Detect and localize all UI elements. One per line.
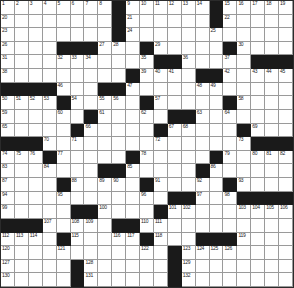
grid-cell[interactable]: 37: [223, 55, 237, 69]
grid-cell[interactable]: [237, 55, 251, 69]
grid-cell[interactable]: [237, 219, 251, 233]
grid-cell[interactable]: [210, 110, 224, 124]
grid-cell[interactable]: [98, 260, 112, 274]
grid-cell[interactable]: 112: [1, 233, 15, 247]
grid-cell[interactable]: [15, 15, 29, 29]
grid-cell[interactable]: 41: [168, 69, 182, 83]
grid-cell[interactable]: [265, 110, 279, 124]
grid-cell[interactable]: [251, 15, 265, 29]
grid-cell[interactable]: 132: [182, 273, 196, 287]
grid-cell[interactable]: [196, 273, 210, 287]
grid-cell[interactable]: [43, 28, 57, 42]
grid-cell[interactable]: 82: [279, 151, 293, 165]
grid-cell[interactable]: 29: [154, 42, 168, 56]
grid-cell[interactable]: [29, 110, 43, 124]
grid-cell[interactable]: [71, 246, 85, 260]
grid-cell[interactable]: [237, 110, 251, 124]
grid-cell[interactable]: 13: [182, 1, 196, 15]
grid-cell[interactable]: 70: [43, 137, 57, 151]
grid-cell[interactable]: [112, 192, 126, 206]
grid-cell[interactable]: [182, 28, 196, 42]
grid-cell[interactable]: [84, 15, 98, 29]
grid-cell[interactable]: 127: [1, 260, 15, 274]
grid-cell[interactable]: [196, 124, 210, 138]
grid-cell[interactable]: 25: [210, 28, 224, 42]
grid-cell[interactable]: 18: [265, 1, 279, 15]
grid-cell[interactable]: [126, 55, 140, 69]
grid-cell[interactable]: [210, 124, 224, 138]
grid-cell[interactable]: [29, 42, 43, 56]
grid-cell[interactable]: [71, 83, 85, 97]
grid-cell[interactable]: [98, 273, 112, 287]
grid-cell[interactable]: [43, 178, 57, 192]
grid-cell[interactable]: [196, 42, 210, 56]
grid-cell[interactable]: 113: [15, 233, 29, 247]
grid-cell[interactable]: [84, 233, 98, 247]
grid-cell[interactable]: 117: [126, 233, 140, 247]
grid-cell[interactable]: [154, 83, 168, 97]
grid-cell[interactable]: [15, 260, 29, 274]
grid-cell[interactable]: 53: [43, 96, 57, 110]
grid-cell[interactable]: [210, 219, 224, 233]
grid-cell[interactable]: [196, 205, 210, 219]
grid-cell[interactable]: [168, 15, 182, 29]
grid-cell[interactable]: [168, 83, 182, 97]
grid-cell[interactable]: [279, 164, 293, 178]
grid-cell[interactable]: [265, 246, 279, 260]
grid-cell[interactable]: 55: [98, 96, 112, 110]
grid-cell[interactable]: [265, 219, 279, 233]
grid-cell[interactable]: 33: [71, 55, 85, 69]
grid-cell[interactable]: [168, 233, 182, 247]
grid-cell[interactable]: 14: [196, 1, 210, 15]
grid-cell[interactable]: [57, 205, 71, 219]
grid-cell[interactable]: 43: [251, 69, 265, 83]
grid-cell[interactable]: 22: [223, 15, 237, 29]
grid-cell[interactable]: 93: [237, 178, 251, 192]
grid-cell[interactable]: 124: [196, 246, 210, 260]
grid-cell[interactable]: 20: [1, 15, 15, 29]
grid-cell[interactable]: 120: [1, 246, 15, 260]
grid-cell[interactable]: 96: [140, 192, 154, 206]
grid-cell[interactable]: 24: [126, 28, 140, 42]
grid-cell[interactable]: [182, 69, 196, 83]
grid-cell[interactable]: [126, 110, 140, 124]
grid-cell[interactable]: [140, 124, 154, 138]
grid-cell[interactable]: [126, 260, 140, 274]
grid-cell[interactable]: [57, 260, 71, 274]
grid-cell[interactable]: [98, 192, 112, 206]
grid-cell[interactable]: 8: [98, 1, 112, 15]
grid-cell[interactable]: [140, 260, 154, 274]
grid-cell[interactable]: [98, 55, 112, 69]
grid-cell[interactable]: [140, 28, 154, 42]
grid-cell[interactable]: [237, 28, 251, 42]
grid-cell[interactable]: [84, 192, 98, 206]
grid-cell[interactable]: [196, 260, 210, 274]
grid-cell[interactable]: [29, 178, 43, 192]
grid-cell[interactable]: [29, 28, 43, 42]
grid-cell[interactable]: [210, 192, 224, 206]
grid-cell[interactable]: [112, 205, 126, 219]
grid-cell[interactable]: 44: [265, 69, 279, 83]
grid-cell[interactable]: 83: [1, 164, 15, 178]
grid-cell[interactable]: [196, 219, 210, 233]
grid-cell[interactable]: [71, 110, 85, 124]
grid-cell[interactable]: [168, 96, 182, 110]
grid-cell[interactable]: 123: [182, 246, 196, 260]
grid-cell[interactable]: 109: [84, 219, 98, 233]
grid-cell[interactable]: 63: [196, 110, 210, 124]
grid-cell[interactable]: [279, 273, 293, 287]
grid-cell[interactable]: [57, 164, 71, 178]
grid-cell[interactable]: [251, 83, 265, 97]
grid-cell[interactable]: [182, 83, 196, 97]
grid-cell[interactable]: [98, 124, 112, 138]
grid-cell[interactable]: [98, 233, 112, 247]
grid-cell[interactable]: 89: [98, 178, 112, 192]
grid-cell[interactable]: [98, 246, 112, 260]
grid-cell[interactable]: [223, 260, 237, 274]
grid-cell[interactable]: [279, 260, 293, 274]
grid-cell[interactable]: 61: [98, 110, 112, 124]
grid-cell[interactable]: [279, 42, 293, 56]
grid-cell[interactable]: 38: [1, 69, 15, 83]
grid-cell[interactable]: [84, 83, 98, 97]
grid-cell[interactable]: [112, 137, 126, 151]
grid-cell[interactable]: 40: [154, 69, 168, 83]
grid-cell[interactable]: [29, 15, 43, 29]
grid-cell[interactable]: [29, 192, 43, 206]
grid-cell[interactable]: [43, 233, 57, 247]
grid-cell[interactable]: 125: [210, 246, 224, 260]
grid-cell[interactable]: [265, 96, 279, 110]
grid-cell[interactable]: [265, 260, 279, 274]
grid-cell[interactable]: 100: [98, 205, 112, 219]
grid-cell[interactable]: [126, 205, 140, 219]
grid-cell[interactable]: [182, 15, 196, 29]
grid-cell[interactable]: [210, 137, 224, 151]
grid-cell[interactable]: 119: [237, 233, 251, 247]
grid-cell[interactable]: 79: [223, 151, 237, 165]
grid-cell[interactable]: [154, 260, 168, 274]
grid-cell[interactable]: 73: [237, 137, 251, 151]
grid-cell[interactable]: [140, 205, 154, 219]
grid-cell[interactable]: [29, 246, 43, 260]
grid-cell[interactable]: 65: [1, 124, 15, 138]
grid-cell[interactable]: [237, 15, 251, 29]
grid-cell[interactable]: [29, 164, 43, 178]
grid-cell[interactable]: 58: [237, 96, 251, 110]
grid-cell[interactable]: 31: [1, 55, 15, 69]
grid-cell[interactable]: 111: [154, 219, 168, 233]
grid-cell[interactable]: 34: [84, 55, 98, 69]
grid-cell[interactable]: [265, 83, 279, 97]
grid-cell[interactable]: 97: [196, 192, 210, 206]
grid-cell[interactable]: [57, 219, 71, 233]
grid-cell[interactable]: [223, 219, 237, 233]
grid-cell[interactable]: [15, 28, 29, 42]
grid-cell[interactable]: [98, 219, 112, 233]
grid-cell[interactable]: [71, 28, 85, 42]
grid-cell[interactable]: [237, 273, 251, 287]
grid-cell[interactable]: 80: [251, 151, 265, 165]
grid-cell[interactable]: [43, 273, 57, 287]
grid-cell[interactable]: 129: [182, 260, 196, 274]
grid-cell[interactable]: 28: [112, 42, 126, 56]
grid-cell[interactable]: [98, 137, 112, 151]
grid-cell[interactable]: [112, 55, 126, 69]
grid-cell[interactable]: 17: [251, 1, 265, 15]
grid-cell[interactable]: 114: [29, 233, 43, 247]
grid-cell[interactable]: [43, 124, 57, 138]
grid-cell[interactable]: 71: [71, 137, 85, 151]
grid-cell[interactable]: [223, 124, 237, 138]
grid-cell[interactable]: [140, 15, 154, 29]
grid-cell[interactable]: 88: [71, 178, 85, 192]
grid-cell[interactable]: [15, 205, 29, 219]
grid-cell[interactable]: [223, 164, 237, 178]
grid-cell[interactable]: 107: [43, 219, 57, 233]
grid-cell[interactable]: [182, 42, 196, 56]
grid-cell[interactable]: [182, 164, 196, 178]
grid-cell[interactable]: 77: [57, 151, 71, 165]
grid-cell[interactable]: [15, 178, 29, 192]
grid-cell[interactable]: [223, 205, 237, 219]
grid-cell[interactable]: 116: [112, 233, 126, 247]
grid-cell[interactable]: [196, 137, 210, 151]
grid-cell[interactable]: [210, 260, 224, 274]
grid-cell[interactable]: 60: [57, 110, 71, 124]
grid-cell[interactable]: [15, 246, 29, 260]
grid-cell[interactable]: [71, 164, 85, 178]
grid-cell[interactable]: [182, 233, 196, 247]
grid-cell[interactable]: [126, 273, 140, 287]
grid-cell[interactable]: [126, 124, 140, 138]
grid-cell[interactable]: [112, 273, 126, 287]
grid-cell[interactable]: [15, 273, 29, 287]
grid-cell[interactable]: [71, 15, 85, 29]
grid-cell[interactable]: 47: [126, 83, 140, 97]
grid-cell[interactable]: [251, 178, 265, 192]
grid-cell[interactable]: 46: [57, 83, 71, 97]
grid-cell[interactable]: [251, 233, 265, 247]
grid-cell[interactable]: 23: [1, 28, 15, 42]
grid-cell[interactable]: [237, 260, 251, 274]
grid-cell[interactable]: 12: [168, 1, 182, 15]
grid-cell[interactable]: [182, 96, 196, 110]
grid-cell[interactable]: [210, 96, 224, 110]
grid-cell[interactable]: [84, 178, 98, 192]
grid-cell[interactable]: 103: [237, 205, 251, 219]
grid-cell[interactable]: [223, 28, 237, 42]
grid-cell[interactable]: [154, 15, 168, 29]
grid-cell[interactable]: [112, 110, 126, 124]
grid-cell[interactable]: 5: [57, 1, 71, 15]
grid-cell[interactable]: [112, 151, 126, 165]
grid-cell[interactable]: 64: [223, 110, 237, 124]
grid-cell[interactable]: 85: [126, 164, 140, 178]
grid-cell[interactable]: 10: [140, 1, 154, 15]
grid-cell[interactable]: [57, 273, 71, 287]
grid-cell[interactable]: [196, 151, 210, 165]
grid-cell[interactable]: 62: [140, 110, 154, 124]
grid-cell[interactable]: 56: [112, 96, 126, 110]
grid-cell[interactable]: 21: [126, 15, 140, 29]
grid-cell[interactable]: [140, 83, 154, 97]
grid-cell[interactable]: [251, 246, 265, 260]
grid-cell[interactable]: [265, 42, 279, 56]
grid-cell[interactable]: 86: [210, 164, 224, 178]
grid-cell[interactable]: [168, 164, 182, 178]
grid-cell[interactable]: 90: [112, 178, 126, 192]
grid-cell[interactable]: [279, 110, 293, 124]
grid-cell[interactable]: [29, 124, 43, 138]
grid-cell[interactable]: [57, 15, 71, 29]
grid-cell[interactable]: [279, 219, 293, 233]
grid-cell[interactable]: 118: [154, 233, 168, 247]
grid-cell[interactable]: [43, 110, 57, 124]
grid-cell[interactable]: [98, 151, 112, 165]
grid-cell[interactable]: [251, 219, 265, 233]
grid-cell[interactable]: 36: [182, 55, 196, 69]
grid-cell[interactable]: 42: [223, 69, 237, 83]
grid-cell[interactable]: [265, 273, 279, 287]
grid-cell[interactable]: [168, 151, 182, 165]
grid-cell[interactable]: [223, 137, 237, 151]
grid-cell[interactable]: [84, 28, 98, 42]
grid-cell[interactable]: [84, 96, 98, 110]
grid-cell[interactable]: [29, 55, 43, 69]
grid-cell[interactable]: [237, 83, 251, 97]
grid-cell[interactable]: 51: [15, 96, 29, 110]
grid-cell[interactable]: [182, 151, 196, 165]
grid-cell[interactable]: [251, 96, 265, 110]
grid-cell[interactable]: [265, 164, 279, 178]
grid-cell[interactable]: 30: [237, 42, 251, 56]
grid-cell[interactable]: [265, 15, 279, 29]
grid-cell[interactable]: 72: [154, 137, 168, 151]
grid-cell[interactable]: 9: [126, 1, 140, 15]
grid-cell[interactable]: [15, 110, 29, 124]
grid-cell[interactable]: [210, 42, 224, 56]
grid-cell[interactable]: [126, 96, 140, 110]
grid-cell[interactable]: 94: [1, 192, 15, 206]
grid-cell[interactable]: [71, 192, 85, 206]
grid-cell[interactable]: [279, 246, 293, 260]
grid-cell[interactable]: [57, 124, 71, 138]
grid-cell[interactable]: [29, 205, 43, 219]
grid-cell[interactable]: [29, 69, 43, 83]
grid-cell[interactable]: [98, 15, 112, 29]
grid-cell[interactable]: 16: [237, 1, 251, 15]
grid-cell[interactable]: [196, 28, 210, 42]
grid-cell[interactable]: [43, 260, 57, 274]
grid-cell[interactable]: 6: [71, 1, 85, 15]
grid-cell[interactable]: 57: [154, 96, 168, 110]
grid-cell[interactable]: [265, 28, 279, 42]
grid-cell[interactable]: 11: [154, 1, 168, 15]
grid-cell[interactable]: [84, 137, 98, 151]
grid-cell[interactable]: [237, 164, 251, 178]
grid-cell[interactable]: [168, 178, 182, 192]
grid-cell[interactable]: [57, 137, 71, 151]
grid-cell[interactable]: 78: [140, 151, 154, 165]
grid-cell[interactable]: [126, 178, 140, 192]
grid-cell[interactable]: 59: [1, 110, 15, 124]
grid-cell[interactable]: 1: [1, 1, 15, 15]
grid-cell[interactable]: 68: [182, 124, 196, 138]
grid-cell[interactable]: [196, 96, 210, 110]
grid-cell[interactable]: 52: [29, 96, 43, 110]
grid-cell[interactable]: [15, 124, 29, 138]
grid-cell[interactable]: 19: [279, 1, 293, 15]
grid-cell[interactable]: [126, 192, 140, 206]
grid-cell[interactable]: [112, 260, 126, 274]
grid-cell[interactable]: [279, 233, 293, 247]
grid-cell[interactable]: [237, 246, 251, 260]
grid-cell[interactable]: 110: [140, 219, 154, 233]
grid-cell[interactable]: [154, 28, 168, 42]
grid-cell[interactable]: 105: [265, 205, 279, 219]
grid-cell[interactable]: [279, 96, 293, 110]
grid-cell[interactable]: 128: [84, 260, 98, 274]
grid-cell[interactable]: [71, 69, 85, 83]
grid-cell[interactable]: 115: [71, 233, 85, 247]
grid-cell[interactable]: 7: [84, 1, 98, 15]
grid-cell[interactable]: [279, 124, 293, 138]
grid-cell[interactable]: [251, 164, 265, 178]
grid-cell[interactable]: 54: [71, 96, 85, 110]
grid-cell[interactable]: [112, 246, 126, 260]
grid-cell[interactable]: [43, 55, 57, 69]
grid-cell[interactable]: [154, 164, 168, 178]
grid-cell[interactable]: [237, 69, 251, 83]
grid-cell[interactable]: [57, 69, 71, 83]
grid-cell[interactable]: [279, 28, 293, 42]
grid-cell[interactable]: 74: [1, 151, 15, 165]
grid-cell[interactable]: [126, 42, 140, 56]
grid-cell[interactable]: [237, 151, 251, 165]
grid-cell[interactable]: [196, 55, 210, 69]
grid-cell[interactable]: [251, 42, 265, 56]
grid-cell[interactable]: 108: [71, 219, 85, 233]
grid-cell[interactable]: 106: [279, 205, 293, 219]
grid-cell[interactable]: 84: [43, 164, 57, 178]
grid-cell[interactable]: [15, 42, 29, 56]
grid-cell[interactable]: [43, 69, 57, 83]
grid-cell[interactable]: [154, 273, 168, 287]
grid-cell[interactable]: [279, 83, 293, 97]
grid-cell[interactable]: [154, 151, 168, 165]
grid-cell[interactable]: 126: [223, 246, 237, 260]
grid-cell[interactable]: [43, 246, 57, 260]
grid-cell[interactable]: 122: [140, 246, 154, 260]
grid-cell[interactable]: [251, 110, 265, 124]
grid-cell[interactable]: [43, 205, 57, 219]
grid-cell[interactable]: 3: [29, 1, 43, 15]
grid-cell[interactable]: 95: [57, 192, 71, 206]
grid-cell[interactable]: [126, 137, 140, 151]
grid-cell[interactable]: [210, 55, 224, 69]
grid-cell[interactable]: 99: [1, 205, 15, 219]
grid-cell[interactable]: [98, 28, 112, 42]
grid-cell[interactable]: 131: [84, 273, 98, 287]
grid-cell[interactable]: 130: [1, 273, 15, 287]
grid-cell[interactable]: 49: [210, 83, 224, 97]
grid-cell[interactable]: [251, 28, 265, 42]
grid-cell[interactable]: [112, 124, 126, 138]
